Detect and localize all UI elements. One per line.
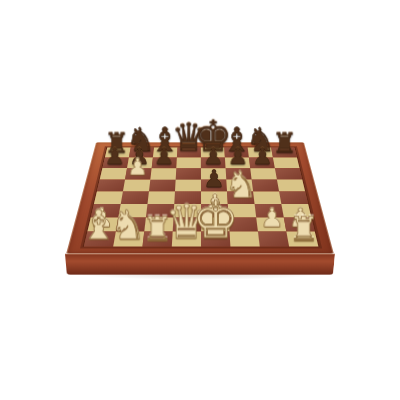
square-h1[interactable]: ♜ — [286, 232, 318, 247]
wooden-board-frame: ♜♞♝♛♚♝♞♜♟♟♟♟♟♟♟♟♞♟♟♟♟♝♞♜♛♚♜ — [66, 142, 334, 254]
photo-background: ♜♞♝♛♚♝♞♜♟♟♟♟♟♟♟♟♞♟♟♟♟♝♞♜♛♚♜ — [0, 0, 400, 400]
square-h6[interactable] — [275, 168, 302, 179]
chess-set-scene: ♜♞♝♛♚♝♞♜♟♟♟♟♟♟♟♟♞♟♟♟♟♝♞♜♛♚♜ — [66, 142, 334, 254]
square-c5[interactable] — [149, 180, 176, 192]
square-h5[interactable] — [277, 180, 305, 192]
piece-white-rook-h1[interactable]: ♜ — [270, 212, 338, 246]
square-e1[interactable]: ♚ — [201, 232, 230, 247]
piece-white-pawn-b6[interactable]: ♟ — [109, 156, 167, 179]
square-b6[interactable]: ♟ — [125, 168, 152, 179]
chess-board: ♜♞♝♛♚♝♞♜♟♟♟♟♟♟♟♟♞♟♟♟♟♝♞♜♛♚♜ — [83, 147, 320, 247]
piece-white-king-e1[interactable]: ♚ — [182, 194, 250, 246]
frame-front-edge — [65, 254, 335, 275]
square-a5[interactable] — [97, 180, 125, 192]
square-b5[interactable] — [123, 180, 150, 192]
